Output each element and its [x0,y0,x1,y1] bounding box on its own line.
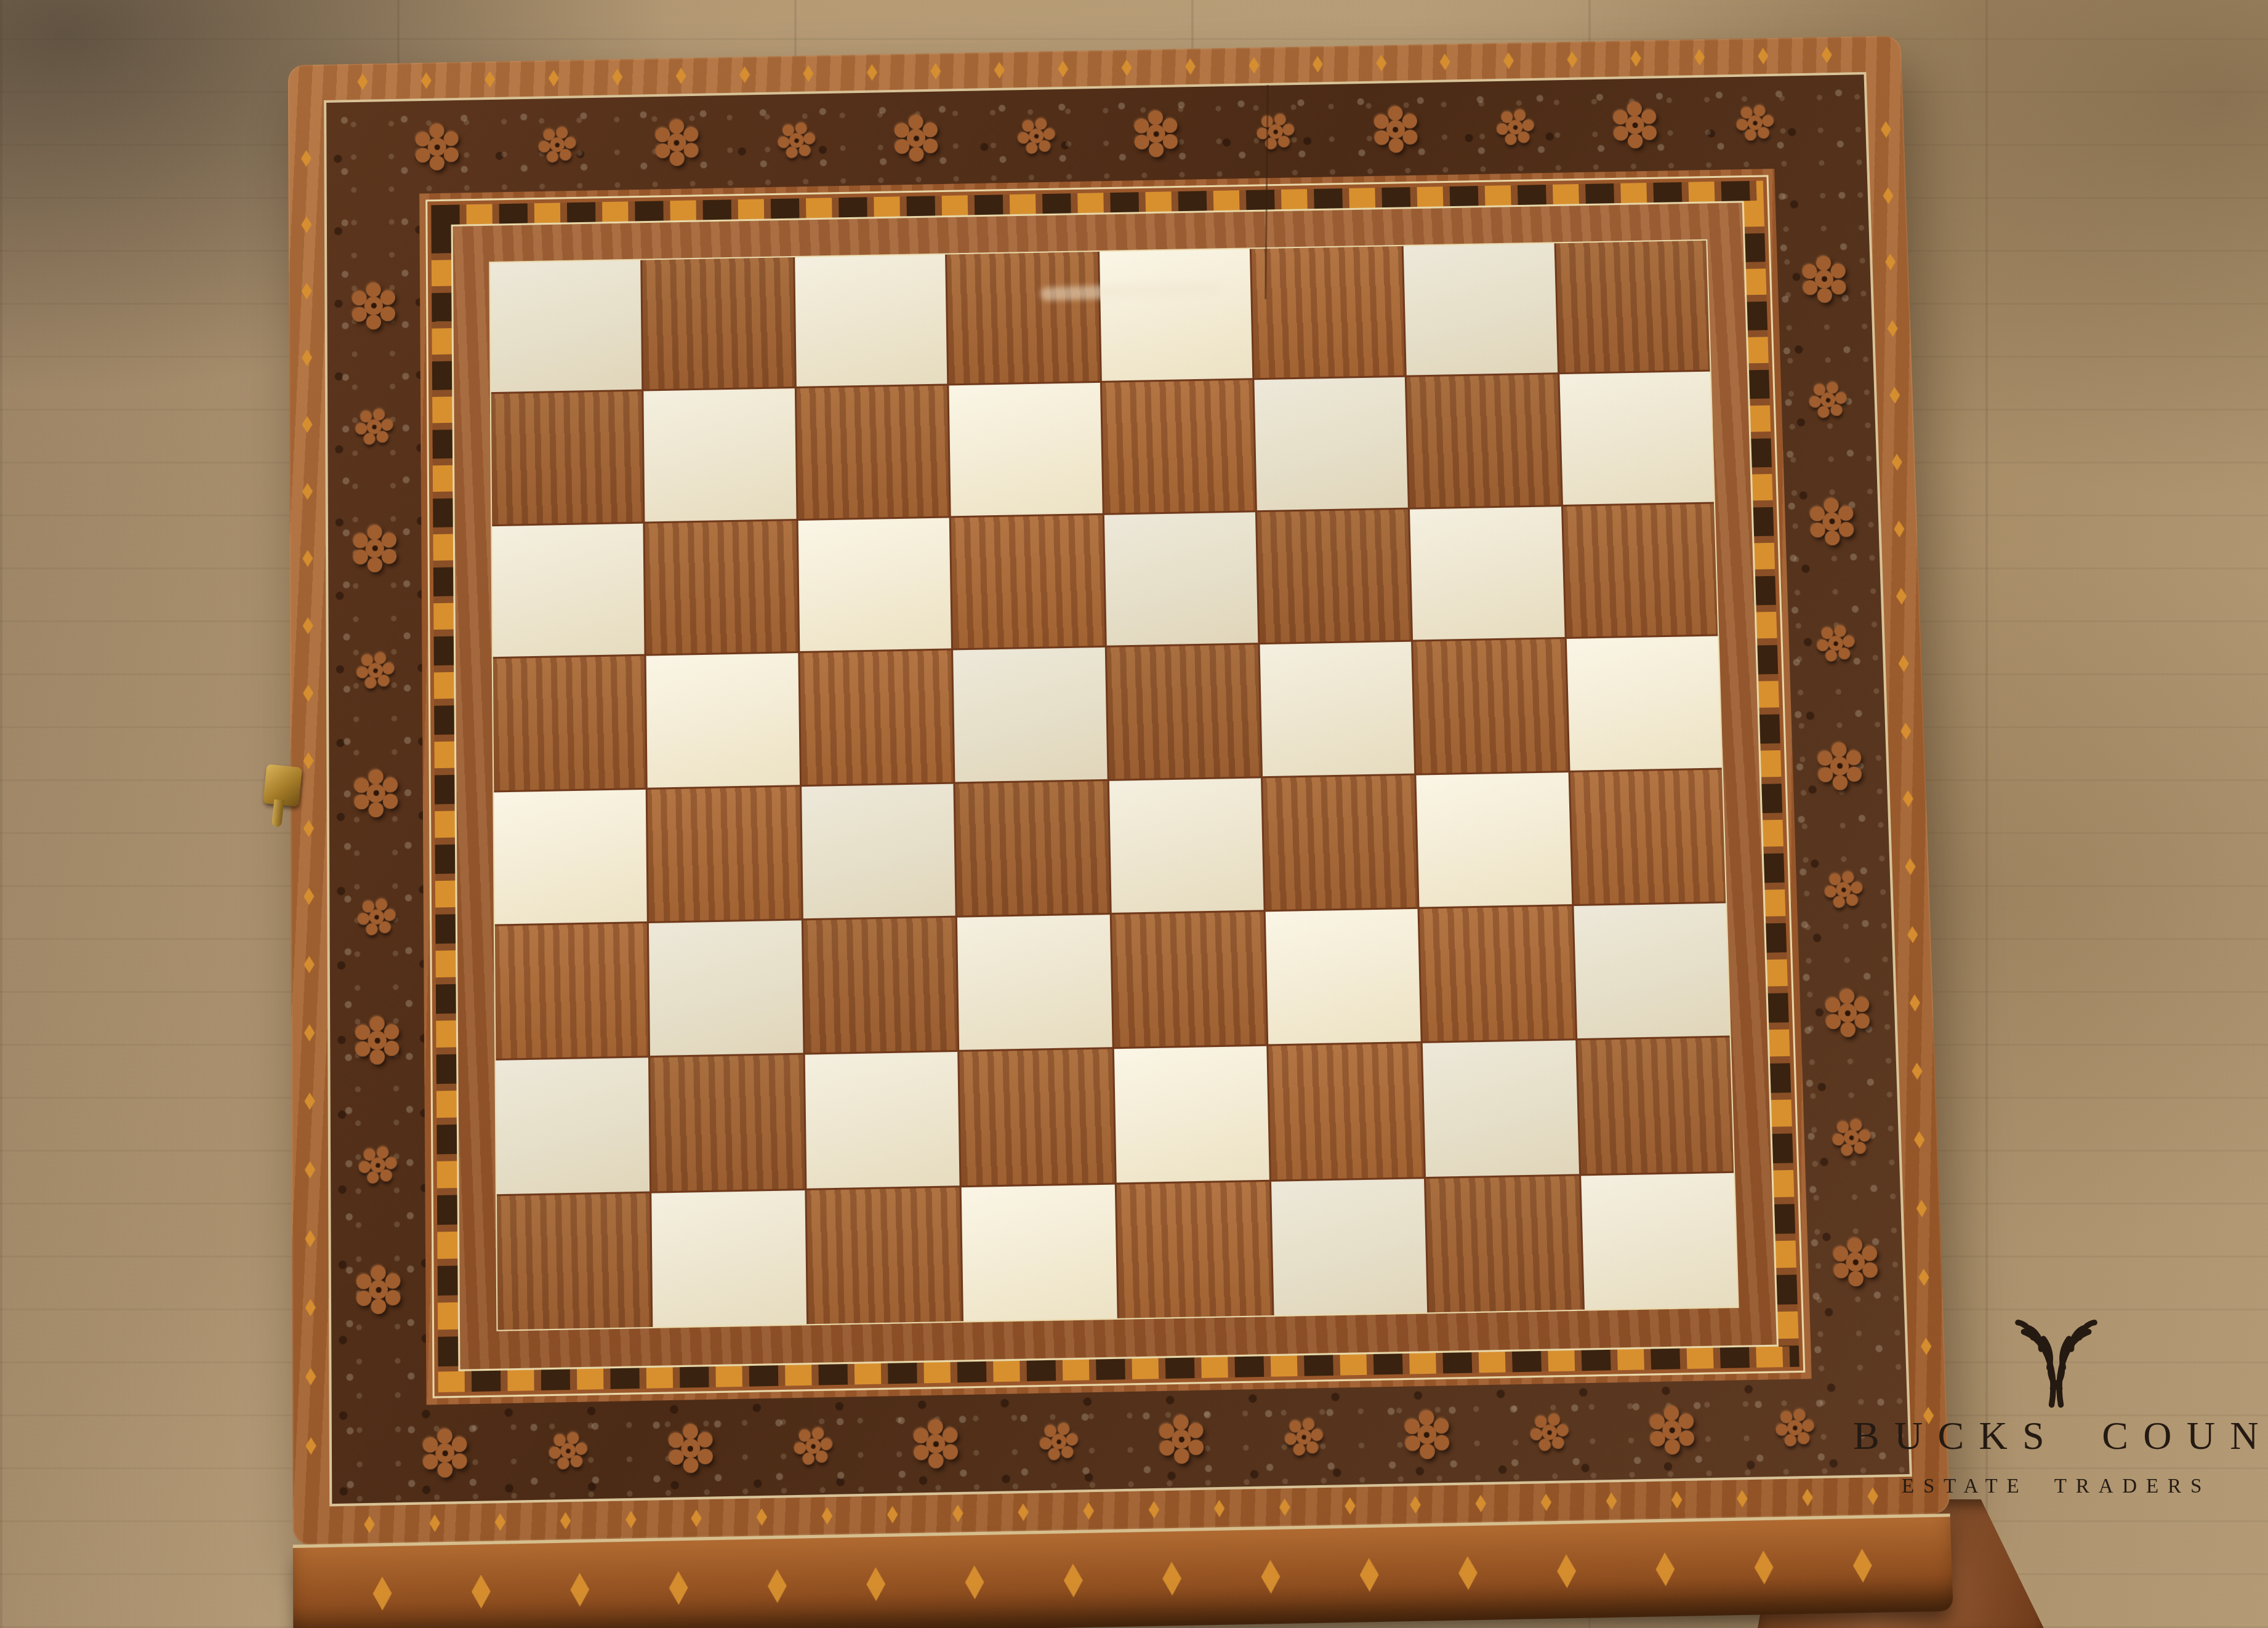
square-a2[interactable] [496,1058,649,1194]
square-g3[interactable] [1420,906,1575,1041]
carved-flower-icon [366,539,384,558]
square-f3[interactable] [1266,909,1421,1045]
square-c3[interactable] [803,918,958,1053]
carved-flower-icon [1785,1417,1804,1438]
diamond-inlay-icon [1902,790,1913,808]
carved-flower-icon [907,129,925,148]
diamond-inlay-icon [1802,1488,1813,1506]
diamond-inlay-icon [1475,1494,1486,1512]
carved-flower-icon [366,784,385,803]
diamond-inlay-icon [1214,1499,1225,1517]
carved-flower-icon [1625,116,1644,135]
diamond-inlay-icon [421,72,432,89]
diamond-inlay-icon [302,349,312,366]
diamond-inlay-icon [867,64,877,81]
diamond-inlay-icon [1900,723,1912,740]
diamond-inlay-icon [756,1508,767,1526]
square-a8[interactable] [490,260,641,393]
diamond-inlay-icon [1148,1501,1159,1518]
square-b1[interactable] [652,1190,806,1327]
diamond-inlay-icon [304,956,315,973]
watermark: BUCKS COUNTY ESTATE TRADERS [1853,1310,2259,1498]
diamond-inlay-icon [357,73,368,90]
diamond-inlay-icon [1896,588,1907,605]
diamond-inlay-icon [1671,1491,1683,1509]
diamond-inlay-icon [994,62,1005,78]
square-d5[interactable] [953,648,1107,782]
carved-flower-icon [364,417,384,436]
diamond-inlay-icon [1912,1062,1923,1080]
diamond-inlay-icon [1918,1269,1929,1286]
square-b3[interactable] [649,920,803,1056]
square-b4[interactable] [648,787,801,921]
square-c5[interactable] [800,651,953,785]
diamond-inlay-icon [1885,254,1896,271]
square-h1[interactable] [1581,1173,1738,1309]
square-c2[interactable] [805,1052,959,1188]
chess-board [490,241,1737,1330]
square-h2[interactable] [1577,1038,1734,1174]
antlers-icon [1985,1310,2127,1408]
diamond-inlay-icon [305,1368,316,1385]
carved-flower-icon [1049,1432,1069,1452]
diamond-inlay-icon [302,550,313,567]
diamond-inlay-icon [866,1567,886,1602]
diamond-inlay-icon [303,752,313,769]
carved-flower-icon [1745,113,1764,132]
carved-flower-icon [1266,122,1285,141]
square-e2[interactable] [1114,1046,1269,1182]
carved-flower-icon [1027,126,1046,145]
diamond-inlay-icon [301,150,312,167]
carved-flower-icon [787,130,806,150]
square-h8[interactable] [1556,241,1710,373]
diamond-inlay-icon [1439,54,1450,70]
square-h4[interactable] [1570,769,1726,904]
diamond-inlay-icon [1606,1492,1617,1510]
diamond-inlay-icon [304,820,314,837]
square-d4[interactable] [955,780,1110,915]
diamond-inlay-icon [549,70,559,86]
diamond-inlay-icon [1279,1498,1290,1516]
square-d3[interactable] [957,915,1112,1050]
diamond-inlay-icon [669,1571,688,1605]
diamond-inlay-icon [952,1504,963,1522]
diamond-inlay-icon [1758,47,1769,64]
diamond-inlay-icon [1905,858,1916,875]
square-a1[interactable] [497,1193,651,1329]
carved-flower-icon [547,135,566,154]
diamond-inlay-icon [302,416,312,433]
square-f2[interactable] [1268,1043,1424,1179]
square-h5[interactable] [1566,636,1721,771]
carved-flower-icon [1386,120,1405,139]
square-f4[interactable] [1263,775,1418,910]
diamond-inlay-icon [1058,60,1068,77]
square-h3[interactable] [1574,903,1730,1038]
diamond-inlay-icon [364,1515,375,1533]
diamond-inlay-icon [930,63,941,79]
diamond-inlay-icon [1503,52,1514,69]
diamond-inlay-icon [1883,187,1894,204]
diamond-inlay-icon [1889,387,1900,404]
carved-flower-icon [1846,1253,1865,1272]
diamond-inlay-icon [1567,51,1578,68]
inlay-pinstripe-inner [451,201,1779,1371]
diamond-inlay-icon [1121,59,1132,76]
diamond-inlay-icon [1914,1131,1925,1149]
square-c4[interactable] [802,784,955,918]
diamond-inlay-icon [1898,655,1909,672]
carved-flower-icon [558,1441,577,1461]
diamond-inlay-icon [1018,1503,1029,1521]
diamond-inlay-icon [1887,320,1898,337]
diamond-inlay-icon [1907,926,1918,943]
carved-flower-icon [428,137,446,156]
square-b6[interactable] [645,521,798,654]
carved-flower-icon [364,296,383,315]
square-c1[interactable] [806,1187,962,1324]
square-a5[interactable] [493,656,646,790]
diamond-inlay-icon [625,1510,637,1528]
carved-flower-icon [368,1155,388,1174]
diamond-inlay-icon [965,1565,984,1600]
diamond-inlay-icon [1630,50,1641,66]
square-g5[interactable] [1413,639,1568,773]
square-b7[interactable] [644,388,797,521]
diamond-inlay-icon [1313,56,1324,73]
diamond-inlay-icon [887,1506,898,1523]
carved-flower-icon [1819,390,1838,409]
square-d6[interactable] [951,515,1104,649]
diamond-inlay-icon [305,1230,315,1248]
diamond-inlay-icon [472,1574,491,1609]
square-b5[interactable] [646,653,800,787]
diamond-inlay-icon [305,1437,316,1455]
diamond-inlay-icon [1694,49,1705,65]
inlay-frame-wood [427,177,1803,1396]
inlay-frame-outer-wood [419,169,1812,1405]
carved-flower-icon [681,1438,700,1458]
square-f6[interactable] [1257,509,1411,643]
diamond-inlay-icon [485,71,495,87]
carved-flower-icon [1506,118,1525,137]
diamond-inlay-icon [1754,1550,1774,1585]
diamond-inlay-icon [305,1299,316,1317]
square-d8[interactable] [947,252,1100,384]
diamond-inlay-icon [304,888,314,905]
diamond-inlay-icon [1821,47,1832,63]
square-c6[interactable] [798,518,951,651]
diamond-inlay-icon [1083,1502,1094,1520]
diamond-inlay-icon [1880,121,1891,138]
carved-flower-icon [1842,1128,1861,1147]
diamond-inlay-icon [1852,1549,1873,1583]
brass-clasp [263,764,302,807]
inlay-pinstripe-outer [425,175,1805,1398]
diamond-inlay-icon [570,1573,589,1607]
carved-flower-icon [1146,124,1165,143]
diamond-inlay-icon [303,684,313,702]
carved-flower-icon [366,661,385,681]
diamond-inlay-icon [1359,1558,1379,1592]
diamond-inlay-icon [1916,1200,1927,1217]
carved-flower-icon [369,1280,388,1300]
diamond-inlay-icon [302,283,312,300]
square-e1[interactable] [1116,1182,1272,1318]
carved-flower-icon [368,1031,387,1051]
carved-flower-icon [803,1436,823,1456]
square-f5[interactable] [1260,642,1414,776]
square-e6[interactable] [1104,512,1258,646]
carved-flower-icon [1540,1422,1559,1443]
square-e4[interactable] [1109,778,1263,913]
diamond-inlay-icon [373,1576,392,1611]
diamond-inlay-icon [1162,1562,1182,1596]
diamond-inlay-icon [1737,1490,1748,1507]
square-d1[interactable] [962,1184,1117,1321]
square-f1[interactable] [1271,1179,1428,1315]
square-g4[interactable] [1417,772,1572,907]
diamond-inlay-icon [302,483,313,500]
square-g7[interactable] [1407,375,1561,508]
diamond-inlay-icon [1249,57,1260,74]
square-h6[interactable] [1563,503,1718,637]
square-e7[interactable] [1101,380,1255,513]
diamond-inlay-icon [676,68,686,84]
diamond-inlay-icon [301,216,312,233]
square-b2[interactable] [650,1055,805,1191]
diamond-inlay-icon [305,1161,315,1178]
square-f8[interactable] [1252,246,1405,379]
carved-flower-icon [1834,880,1853,899]
carved-border-left [327,194,427,1407]
diamond-inlay-icon [495,1513,506,1531]
carved-flower-icon [667,133,686,152]
diamond-inlay-icon [1410,1496,1421,1514]
square-a7[interactable] [491,391,643,524]
carved-flower-icon [927,1434,946,1454]
square-g2[interactable] [1423,1041,1579,1177]
diamond-inlay-icon [1894,521,1905,538]
chess-table [288,36,1953,1628]
diamond-inlay-icon [1063,1563,1083,1598]
square-c8[interactable] [795,255,947,387]
square-a6[interactable] [492,523,645,657]
diamond-inlay-icon [304,1093,315,1110]
square-e8[interactable] [1100,249,1253,381]
carved-flower-icon [1417,1425,1437,1445]
carved-flower-icon [1814,270,1833,289]
diamond-inlay-icon [560,1512,571,1530]
square-d2[interactable] [959,1049,1114,1185]
diamond-inlay-icon [691,1509,702,1527]
square-h7[interactable] [1559,372,1714,505]
square-g1[interactable] [1426,1176,1582,1312]
watermark-title: BUCKS COUNTY [1853,1413,2259,1459]
diamond-inlay-icon [1345,1497,1356,1515]
diamond-inlay-icon [429,1514,440,1532]
square-f7[interactable] [1254,377,1408,510]
wood-floor: BUCKS COUNTY ESTATE TRADERS [0,0,2268,1628]
diamond-inlay-icon [1557,1554,1577,1589]
square-b8[interactable] [643,257,795,390]
diamond-inlay-icon [1185,58,1196,74]
carved-flower-icon [1826,634,1845,654]
square-a3[interactable] [495,923,648,1059]
carved-flower-icon [1822,512,1841,531]
diamond-inlay-icon [768,1569,787,1603]
diamond-inlay-icon [822,1507,833,1525]
square-a4[interactable] [494,789,647,924]
square-g8[interactable] [1404,243,1558,375]
diamond-inlay-icon [1891,454,1902,471]
diamond-inlay-icon [1261,1560,1281,1594]
diamond-inlay-icon [304,1024,315,1041]
carved-flower-icon [1830,756,1849,776]
square-e5[interactable] [1106,644,1261,779]
carved-flower-icon [1294,1427,1314,1447]
diamond-inlay-icon [1655,1552,1675,1587]
marquetry-dash-band [431,181,1800,1393]
square-c7[interactable] [797,386,949,519]
board-pinstripe [489,239,1739,1331]
watermark-subtitle: ESTATE TRADERS [1853,1475,2259,1498]
carved-flower-icon [367,907,387,926]
square-g6[interactable] [1410,507,1564,640]
diamond-inlay-icon [303,617,313,635]
diamond-inlay-icon [1540,1493,1551,1511]
carved-flower-icon [436,1443,455,1463]
carved-flower-icon [1662,1420,1682,1440]
carved-flower-icon [1838,1003,1857,1023]
diamond-inlay-icon [739,66,750,83]
diamond-inlay-icon [1909,994,1920,1011]
carved-flower-icon [1172,1429,1191,1449]
diamond-inlay-icon [612,69,622,86]
diamond-inlay-icon [803,65,813,82]
tabletop [288,36,1950,1545]
board-margin-wood [453,202,1777,1369]
diamond-inlay-icon [1376,55,1387,71]
square-e3[interactable] [1111,912,1266,1047]
diamond-inlay-icon [1458,1556,1478,1590]
square-d7[interactable] [949,383,1103,516]
